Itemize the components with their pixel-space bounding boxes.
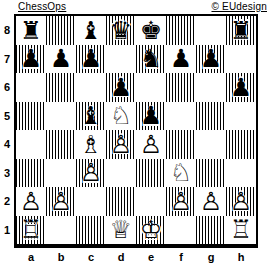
file-label-d: d	[106, 250, 136, 264]
square-c1	[76, 216, 106, 245]
square-d5: ♞♘	[106, 102, 136, 131]
piece-black-bishop: ♝♝	[76, 102, 106, 131]
square-c5: ♝♝	[76, 102, 106, 131]
square-a7: ♟♟	[16, 45, 46, 74]
square-g7: ♟♟	[196, 45, 226, 74]
header: ChessOps © EUdesign	[0, 0, 270, 14]
app-title-link[interactable]: ChessOps	[18, 1, 66, 12]
square-a5	[16, 102, 46, 131]
piece-black-pawn: ♟♟	[136, 102, 166, 131]
square-h3	[226, 159, 256, 188]
square-f6	[166, 73, 196, 102]
square-e5: ♟♟	[136, 102, 166, 131]
square-d4: ♟♙	[106, 130, 136, 159]
square-e1: ♚♔	[136, 216, 166, 245]
rank-label-8: 8	[0, 16, 14, 45]
piece-white-pawn: ♟♙	[106, 130, 136, 159]
piece-white-pawn: ♟♙	[16, 187, 46, 216]
piece-black-bishop: ♝♝	[76, 16, 106, 45]
square-c2	[76, 187, 106, 216]
piece-black-pawn: ♟♟	[196, 45, 226, 74]
piece-white-knight: ♞♘	[166, 159, 196, 188]
file-label-e: e	[136, 250, 166, 264]
file-label-a: a	[16, 250, 46, 264]
square-f3: ♞♘	[166, 159, 196, 188]
piece-white-king: ♚♔	[136, 216, 166, 245]
square-f2: ♟♙	[166, 187, 196, 216]
piece-white-pawn: ♟♙	[226, 187, 256, 216]
square-h2: ♟♙	[226, 187, 256, 216]
square-e6	[136, 73, 166, 102]
square-g6	[196, 73, 226, 102]
square-g3	[196, 159, 226, 188]
piece-white-pawn: ♟♙	[46, 187, 76, 216]
square-f7: ♟♟	[166, 45, 196, 74]
square-e2	[136, 187, 166, 216]
rank-label-5: 5	[0, 102, 14, 131]
piece-black-knight: ♞♞	[136, 45, 166, 74]
square-a1: ♜♖	[16, 216, 46, 245]
rank-label-6: 6	[0, 73, 14, 102]
square-c4: ♝♗	[76, 130, 106, 159]
square-b1	[46, 216, 76, 245]
piece-white-knight: ♞♘	[106, 102, 136, 131]
piece-black-pawn: ♟♟	[226, 73, 256, 102]
rank-label-2: 2	[0, 187, 14, 216]
file-label-h: h	[226, 250, 256, 264]
rank-labels: 87654321	[0, 16, 14, 244]
piece-black-rook: ♜♜	[226, 16, 256, 45]
square-h1: ♜♖	[226, 216, 256, 245]
rank-label-1: 1	[0, 216, 14, 245]
square-h7	[226, 45, 256, 74]
square-b4	[46, 130, 76, 159]
piece-white-pawn: ♟♙	[166, 187, 196, 216]
rank-label-4: 4	[0, 130, 14, 159]
piece-black-pawn: ♟♟	[16, 45, 46, 74]
square-b6	[46, 73, 76, 102]
square-g5	[196, 102, 226, 131]
square-g2: ♟♙	[196, 187, 226, 216]
chessops-diagram-screen: ChessOps © EUdesign 87654321 ♜♜♝♝♛♛♚♚♜♜♟…	[0, 0, 270, 270]
square-b7: ♟♟	[46, 45, 76, 74]
piece-black-pawn: ♟♟	[76, 45, 106, 74]
square-f4	[166, 130, 196, 159]
square-f8	[166, 16, 196, 45]
square-d8: ♛♛	[106, 16, 136, 45]
piece-black-king: ♚♚	[136, 16, 166, 45]
file-label-g: g	[196, 250, 226, 264]
square-e4: ♟♙	[136, 130, 166, 159]
square-a2: ♟♙	[16, 187, 46, 216]
square-f1	[166, 216, 196, 245]
square-a3	[16, 159, 46, 188]
piece-black-queen: ♛♛	[106, 16, 136, 45]
square-b2: ♟♙	[46, 187, 76, 216]
square-d3	[106, 159, 136, 188]
square-b5	[46, 102, 76, 131]
square-g4	[196, 130, 226, 159]
rank-label-7: 7	[0, 45, 14, 74]
square-h4	[226, 130, 256, 159]
file-label-b: b	[46, 250, 76, 264]
square-d7	[106, 45, 136, 74]
square-e7: ♞♞	[136, 45, 166, 74]
square-c8: ♝♝	[76, 16, 106, 45]
square-d1: ♛♕	[106, 216, 136, 245]
file-label-c: c	[76, 250, 106, 264]
piece-white-pawn: ♟♙	[136, 130, 166, 159]
credit-link[interactable]: © EUdesign	[211, 1, 267, 12]
square-b8	[46, 16, 76, 45]
piece-black-pawn: ♟♟	[166, 45, 196, 74]
square-c7: ♟♟	[76, 45, 106, 74]
square-b3	[46, 159, 76, 188]
file-label-f: f	[166, 250, 196, 264]
chess-board: ♜♜♝♝♛♛♚♚♜♜♟♟♟♟♟♟♞♞♟♟♟♟♟♟♟♟♝♝♞♘♟♟♝♗♟♙♟♙♟♙…	[14, 14, 258, 248]
piece-white-rook: ♜♖	[226, 216, 256, 245]
piece-white-pawn: ♟♙	[76, 159, 106, 188]
square-d2	[106, 187, 136, 216]
square-a8: ♜♜	[16, 16, 46, 45]
square-h8: ♜♜	[226, 16, 256, 45]
piece-black-rook: ♜♜	[16, 16, 46, 45]
square-h6: ♟♟	[226, 73, 256, 102]
square-g8	[196, 16, 226, 45]
square-d6: ♟♟	[106, 73, 136, 102]
square-c6	[76, 73, 106, 102]
square-a6	[16, 73, 46, 102]
square-h5	[226, 102, 256, 131]
piece-white-queen: ♛♕	[106, 216, 136, 245]
file-labels: abcdefgh	[16, 250, 256, 264]
rank-label-3: 3	[0, 159, 14, 188]
square-a4	[16, 130, 46, 159]
piece-white-bishop: ♝♗	[76, 130, 106, 159]
square-f5	[166, 102, 196, 131]
piece-white-pawn: ♟♙	[196, 187, 226, 216]
square-e3	[136, 159, 166, 188]
square-c3: ♟♙	[76, 159, 106, 188]
square-e8: ♚♚	[136, 16, 166, 45]
square-g1	[196, 216, 226, 245]
piece-white-rook: ♜♖	[16, 216, 46, 245]
piece-black-pawn: ♟♟	[106, 73, 136, 102]
piece-black-pawn: ♟♟	[46, 45, 76, 74]
